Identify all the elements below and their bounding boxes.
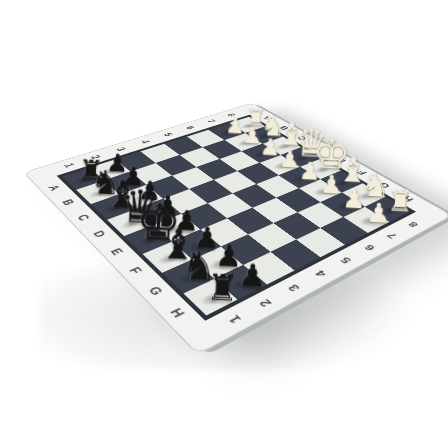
file-label-a: A [34, 178, 74, 198]
black-pawn-h2[interactable]: ♟ [238, 260, 267, 292]
white-pawn-f7[interactable]: ♟ [320, 171, 344, 197]
white-pawn-h7[interactable]: ♟ [366, 200, 391, 228]
photo-scene: ABCDEFGH ABCDEFGH 12345678 12345678 ♜♟♟♜… [0, 0, 448, 448]
perspective-wrapper: ABCDEFGH ABCDEFGH 12345678 12345678 ♜♟♟♜… [0, 0, 448, 448]
rank-label-7: 7 [371, 223, 414, 248]
chessboard-mat: ABCDEFGH ABCDEFGH 12345678 12345678 ♜♟♟♜… [23, 103, 448, 356]
white-pawn-g7[interactable]: ♟ [342, 185, 366, 212]
white-pawn-e7[interactable]: ♟ [298, 159, 321, 184]
square-f4[interactable] [227, 208, 273, 235]
piece-anchor: ♟ [324, 195, 364, 217]
white-pawn-d7[interactable]: ♟ [278, 147, 300, 172]
piece-anchor: ♟ [347, 209, 389, 232]
black-rook-h1[interactable]: ♜ [206, 270, 240, 307]
rank-label-8: 8 [392, 213, 434, 237]
piece-anchor: ♟ [263, 157, 300, 175]
